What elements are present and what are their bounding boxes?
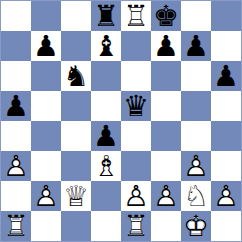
square-e7[interactable] — [121, 31, 151, 61]
square-a1[interactable]: ♜♖ — [1, 211, 31, 241]
square-h6[interactable]: ♟ — [211, 61, 241, 91]
black-knight-glyph: ♞ — [61, 61, 91, 91]
square-h1[interactable] — [211, 211, 241, 241]
black-pawn-piece[interactable]: ♟ — [181, 31, 211, 61]
white-rook-outline: ♖ — [121, 211, 151, 241]
white-pawn-piece[interactable]: ♟♙ — [151, 181, 181, 211]
square-f7[interactable]: ♟ — [151, 31, 181, 61]
square-b2[interactable]: ♟♙ — [31, 181, 61, 211]
white-pawn-outline: ♙ — [151, 181, 181, 211]
white-pawn-outline: ♙ — [31, 181, 61, 211]
black-rook-piece[interactable]: ♜ — [91, 1, 121, 31]
square-g2[interactable]: ♞♘ — [181, 181, 211, 211]
square-f4[interactable] — [151, 121, 181, 151]
square-h7[interactable] — [211, 31, 241, 61]
white-pawn-piece[interactable]: ♟♙ — [31, 181, 61, 211]
black-pawn-glyph: ♟ — [31, 31, 61, 61]
white-rook-piece[interactable]: ♜♖ — [1, 211, 31, 241]
square-d5[interactable] — [91, 91, 121, 121]
square-b8[interactable] — [31, 1, 61, 31]
square-f5[interactable] — [151, 91, 181, 121]
square-c7[interactable] — [61, 31, 91, 61]
square-f8[interactable]: ♚ — [151, 1, 181, 31]
black-pawn-glyph: ♟ — [181, 31, 211, 61]
black-queen-glyph: ♛ — [121, 91, 151, 121]
square-g7[interactable]: ♟ — [181, 31, 211, 61]
square-d1[interactable] — [91, 211, 121, 241]
square-e6[interactable] — [121, 61, 151, 91]
square-b5[interactable] — [31, 91, 61, 121]
white-pawn-outline: ♙ — [121, 181, 151, 211]
square-e4[interactable] — [121, 121, 151, 151]
white-rook-outline: ♖ — [121, 1, 151, 31]
square-a5[interactable]: ♟ — [1, 91, 31, 121]
white-bishop-outline: ♗ — [91, 151, 121, 181]
black-knight-piece[interactable]: ♞ — [61, 61, 91, 91]
square-d3[interactable]: ♝♗ — [91, 151, 121, 181]
square-e2[interactable]: ♟♙ — [121, 181, 151, 211]
square-h5[interactable] — [211, 91, 241, 121]
square-c2[interactable]: ♛♕ — [61, 181, 91, 211]
white-knight-outline: ♘ — [181, 181, 211, 211]
white-queen-outline: ♕ — [61, 181, 91, 211]
black-king-piece[interactable]: ♚ — [151, 1, 181, 31]
square-b1[interactable] — [31, 211, 61, 241]
white-rook-piece[interactable]: ♜♖ — [121, 211, 151, 241]
square-c6[interactable]: ♞ — [61, 61, 91, 91]
black-pawn-piece[interactable]: ♟ — [151, 31, 181, 61]
white-pawn-piece[interactable]: ♟♙ — [181, 151, 211, 181]
square-c4[interactable] — [61, 121, 91, 151]
square-e3[interactable] — [121, 151, 151, 181]
white-queen-piece[interactable]: ♛♕ — [61, 181, 91, 211]
square-d7[interactable]: ♝ — [91, 31, 121, 61]
square-a2[interactable] — [1, 181, 31, 211]
square-c5[interactable] — [61, 91, 91, 121]
black-pawn-piece[interactable]: ♟ — [91, 121, 121, 151]
square-b7[interactable]: ♟ — [31, 31, 61, 61]
square-e5[interactable]: ♛ — [121, 91, 151, 121]
white-bishop-piece[interactable]: ♝♗ — [91, 151, 121, 181]
square-d6[interactable] — [91, 61, 121, 91]
square-b3[interactable] — [31, 151, 61, 181]
square-d2[interactable] — [91, 181, 121, 211]
chess-board: ♜♜♖♚♟♝♟♟♞♟♟♛♟♟♙♝♗♟♙♟♙♛♕♟♙♟♙♞♘♟♙♜♖♜♖♚♔ — [0, 0, 242, 242]
square-f6[interactable] — [151, 61, 181, 91]
square-h4[interactable] — [211, 121, 241, 151]
white-pawn-piece[interactable]: ♟♙ — [1, 151, 31, 181]
square-b6[interactable] — [31, 61, 61, 91]
black-pawn-glyph: ♟ — [151, 31, 181, 61]
square-g8[interactable] — [181, 1, 211, 31]
square-a6[interactable] — [1, 61, 31, 91]
white-king-outline: ♔ — [181, 211, 211, 241]
white-pawn-outline: ♙ — [1, 151, 31, 181]
square-h2[interactable]: ♟♙ — [211, 181, 241, 211]
square-f3[interactable] — [151, 151, 181, 181]
white-knight-piece[interactable]: ♞♘ — [181, 181, 211, 211]
black-king-glyph: ♚ — [151, 1, 181, 31]
square-g6[interactable] — [181, 61, 211, 91]
white-pawn-piece[interactable]: ♟♙ — [121, 181, 151, 211]
black-queen-piece[interactable]: ♛ — [121, 91, 151, 121]
black-pawn-piece[interactable]: ♟ — [1, 91, 31, 121]
chess-board-wrapper: ♜♜♖♚♟♝♟♟♞♟♟♛♟♟♙♝♗♟♙♟♙♛♕♟♙♟♙♞♘♟♙♜♖♜♖♚♔ — [0, 0, 242, 242]
square-e8[interactable]: ♜♖ — [121, 1, 151, 31]
square-f1[interactable] — [151, 211, 181, 241]
square-h8[interactable] — [211, 1, 241, 31]
white-pawn-outline: ♙ — [181, 151, 211, 181]
black-pawn-glyph: ♟ — [91, 121, 121, 151]
square-b4[interactable] — [31, 121, 61, 151]
white-rook-outline: ♖ — [1, 211, 31, 241]
square-g3[interactable]: ♟♙ — [181, 151, 211, 181]
square-h3[interactable] — [211, 151, 241, 181]
black-pawn-glyph: ♟ — [211, 61, 241, 91]
black-bishop-piece[interactable]: ♝ — [91, 31, 121, 61]
white-pawn-piece[interactable]: ♟♙ — [211, 181, 241, 211]
square-c8[interactable] — [61, 1, 91, 31]
square-a8[interactable] — [1, 1, 31, 31]
square-g1[interactable]: ♚♔ — [181, 211, 211, 241]
square-f2[interactable]: ♟♙ — [151, 181, 181, 211]
square-c3[interactable] — [61, 151, 91, 181]
white-rook-piece[interactable]: ♜♖ — [121, 1, 151, 31]
white-king-piece[interactable]: ♚♔ — [181, 211, 211, 241]
square-a4[interactable] — [1, 121, 31, 151]
square-a7[interactable] — [1, 31, 31, 61]
square-a3[interactable]: ♟♙ — [1, 151, 31, 181]
square-c1[interactable] — [61, 211, 91, 241]
black-pawn-piece[interactable]: ♟ — [211, 61, 241, 91]
black-rook-glyph: ♜ — [91, 1, 121, 31]
square-g5[interactable] — [181, 91, 211, 121]
square-g4[interactable] — [181, 121, 211, 151]
white-pawn-outline: ♙ — [211, 181, 241, 211]
square-d8[interactable]: ♜ — [91, 1, 121, 31]
black-pawn-glyph: ♟ — [1, 91, 31, 121]
square-e1[interactable]: ♜♖ — [121, 211, 151, 241]
black-pawn-piece[interactable]: ♟ — [31, 31, 61, 61]
square-d4[interactable]: ♟ — [91, 121, 121, 151]
black-bishop-glyph: ♝ — [91, 31, 121, 61]
